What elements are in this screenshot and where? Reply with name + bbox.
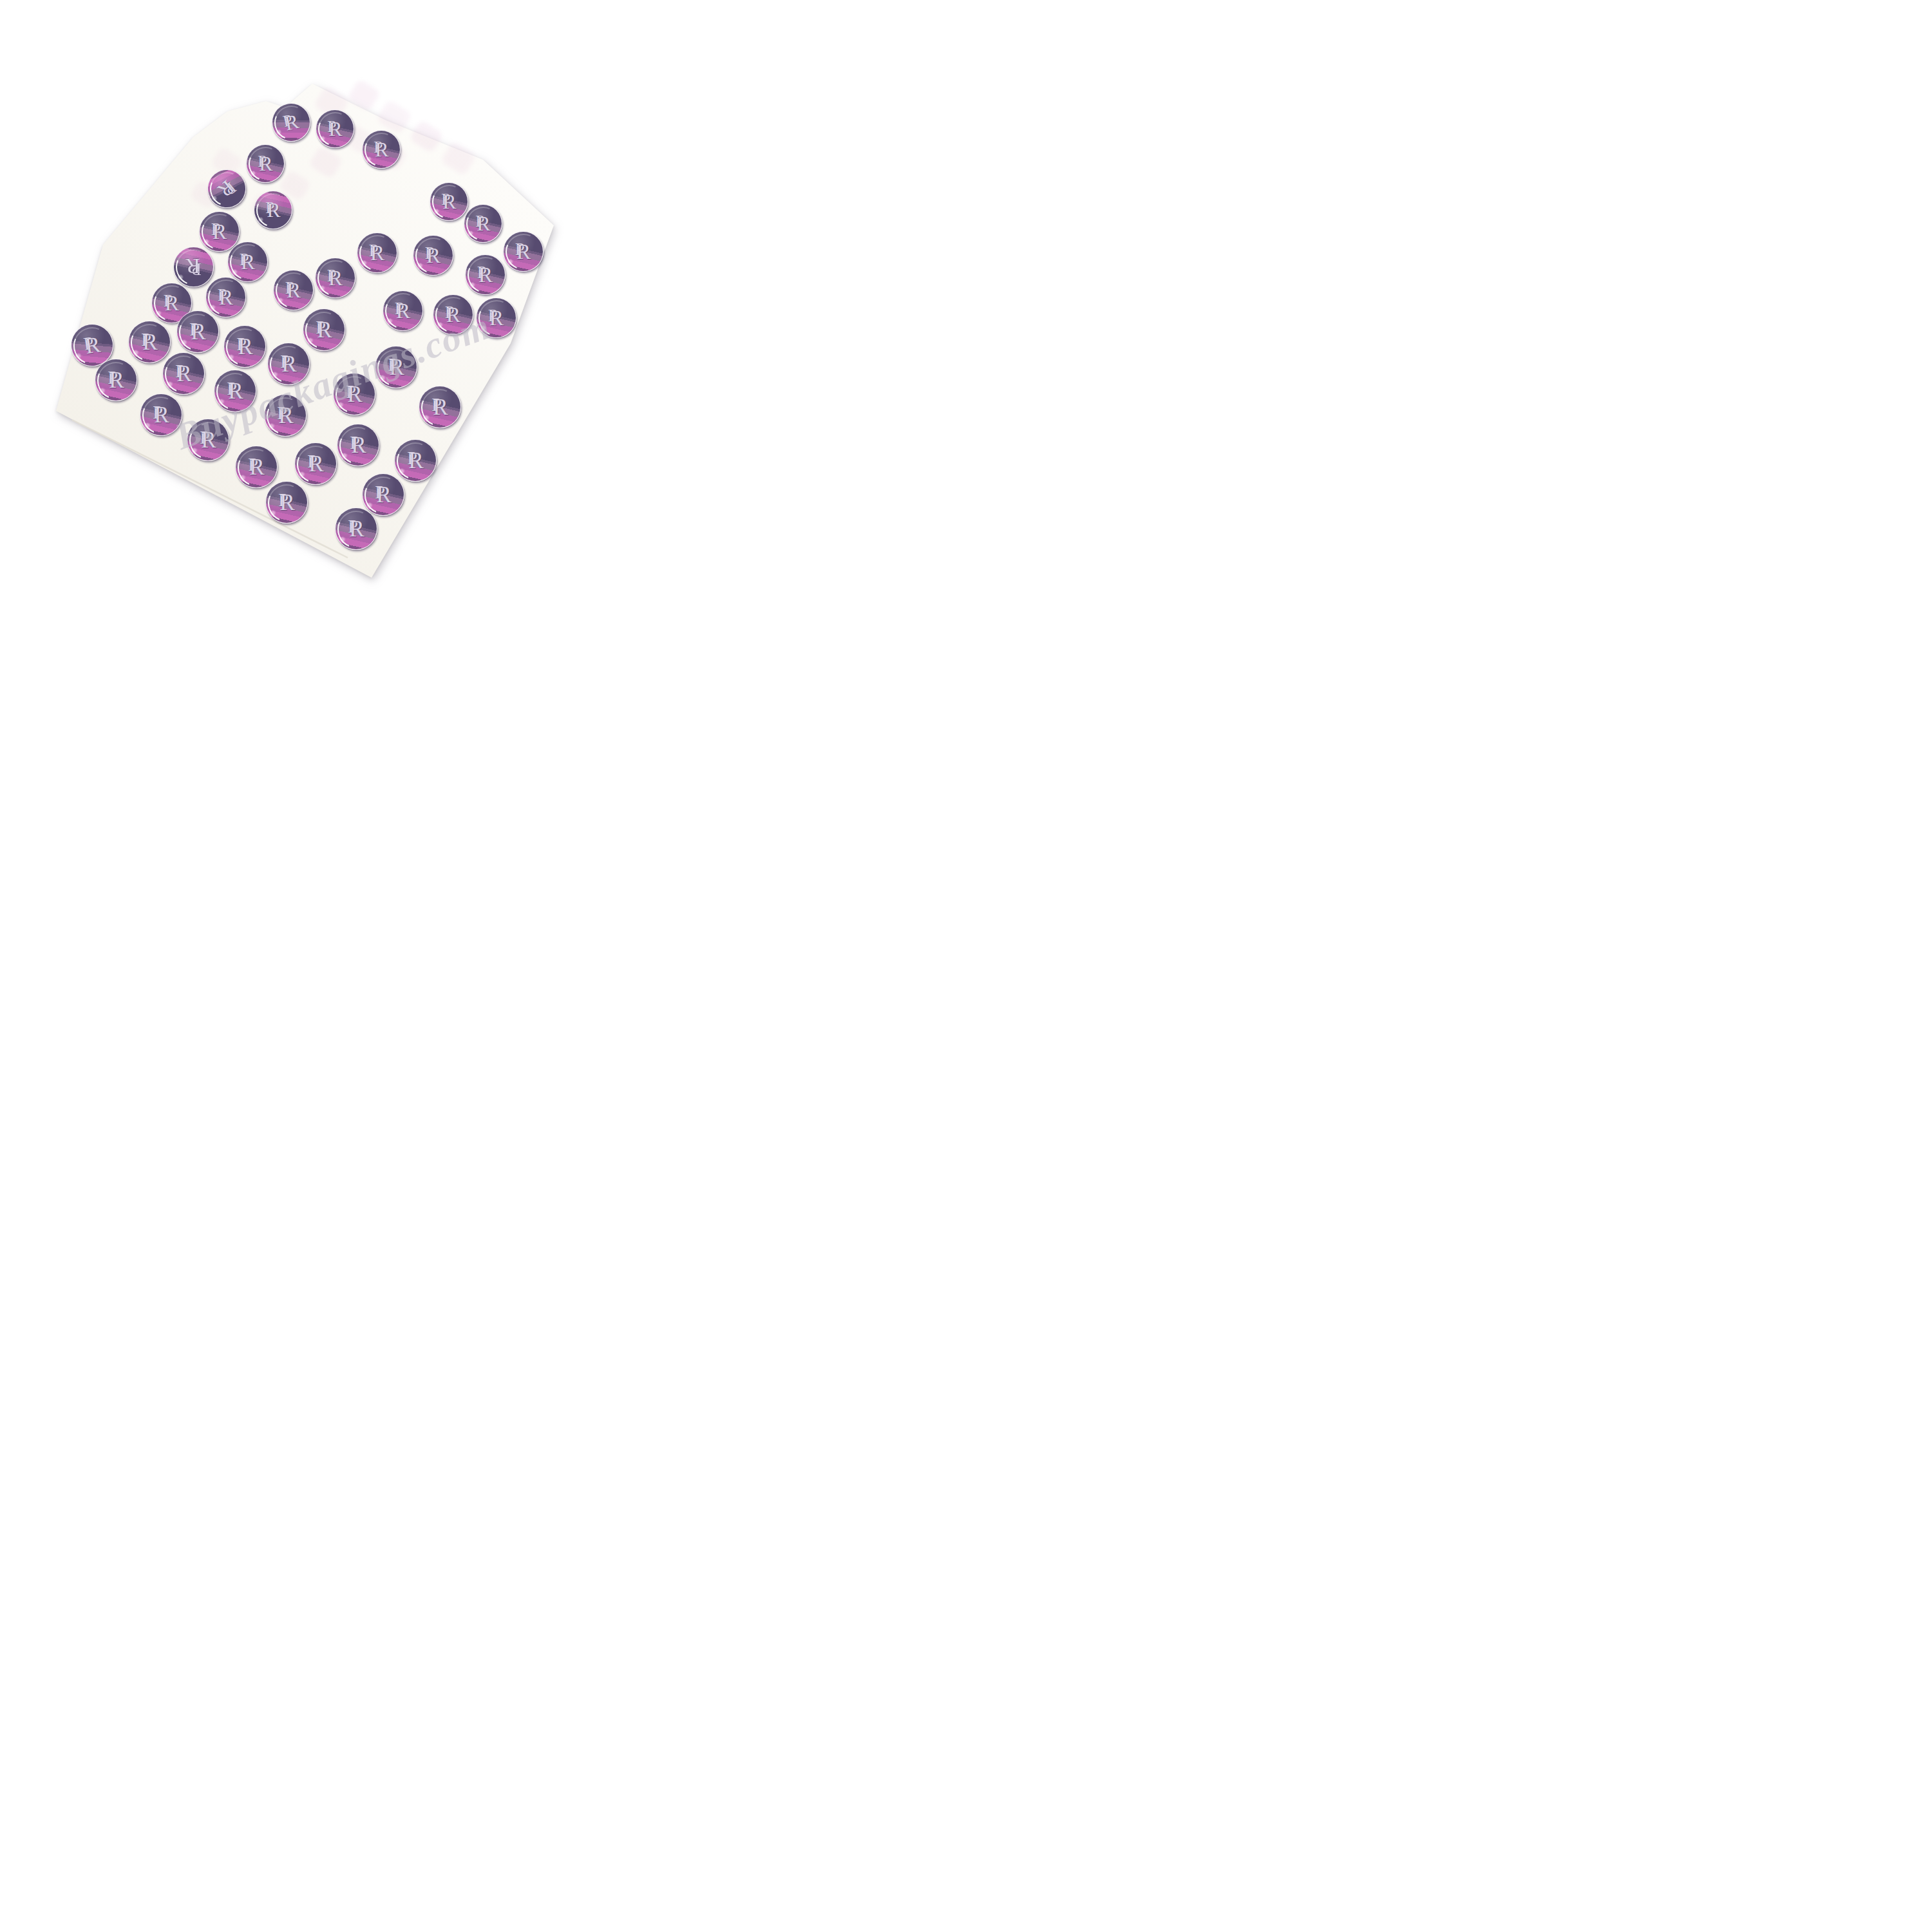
gloss-highlight <box>208 170 245 207</box>
epoxy-dome-sticker: P R <box>273 270 314 310</box>
gloss-highlight <box>247 145 284 182</box>
gloss-highlight <box>254 191 292 229</box>
epoxy-dome-sticker: P R <box>465 254 506 295</box>
epoxy-dome-sticker: P R <box>265 481 308 524</box>
gloss-highlight <box>303 309 345 350</box>
epoxy-dome-sticker: P R <box>413 235 453 276</box>
product-photo: P R P R P R P R P R P <box>0 0 644 644</box>
gloss-highlight <box>265 395 306 436</box>
epoxy-dome-sticker: P R <box>335 507 377 550</box>
epoxy-dome-sticker: P R <box>162 352 205 395</box>
epoxy-dome-sticker: P R <box>337 424 379 466</box>
epoxy-dome-sticker: P R <box>223 325 266 368</box>
epoxy-dome-sticker: P R <box>315 258 355 298</box>
gloss-highlight <box>268 343 309 384</box>
epoxy-dome-sticker: P R <box>433 294 473 335</box>
gloss-highlight <box>477 298 516 337</box>
epoxy-dome-sticker: P R <box>272 103 310 142</box>
gloss-highlight <box>504 232 543 271</box>
gloss-highlight <box>228 242 267 281</box>
gloss-highlight <box>214 370 256 412</box>
gloss-highlight <box>337 424 379 466</box>
epoxy-dome-sticker: P R <box>362 130 401 169</box>
gloss-highlight <box>383 291 422 330</box>
gloss-highlight <box>464 205 502 242</box>
epoxy-dome-sticker: P R <box>207 169 246 208</box>
gloss-highlight <box>363 131 400 168</box>
gloss-highlight <box>95 359 137 401</box>
gloss-highlight <box>466 255 505 294</box>
gloss-highlight <box>177 311 218 352</box>
epoxy-dome-sticker: P R <box>419 386 461 428</box>
gloss-highlight <box>266 482 307 523</box>
epoxy-dome-sticker: P R <box>476 298 516 338</box>
sticker-array: P R P R P R P R P R P <box>0 0 644 644</box>
gloss-highlight <box>316 110 354 147</box>
gloss-highlight <box>357 233 397 272</box>
gloss-highlight <box>272 104 310 141</box>
gloss-highlight <box>433 295 473 334</box>
epoxy-dome-sticker: P R <box>214 370 256 412</box>
epoxy-dome-sticker: P R <box>246 144 285 183</box>
gloss-highlight <box>375 346 417 388</box>
epoxy-dome-sticker: P R <box>227 241 268 282</box>
epoxy-dome-sticker: P R <box>267 343 310 385</box>
epoxy-dome-sticker: P R <box>375 346 417 388</box>
gloss-highlight <box>334 374 375 415</box>
gloss-highlight <box>163 353 204 394</box>
gloss-highlight <box>140 394 182 435</box>
epoxy-dome-sticker: P R <box>333 373 375 415</box>
gloss-highlight <box>295 443 336 484</box>
gloss-highlight <box>419 386 460 428</box>
epoxy-dome-sticker: P R <box>503 231 544 272</box>
epoxy-dome-sticker: P R <box>95 359 137 401</box>
gloss-highlight <box>274 270 313 310</box>
epoxy-dome-sticker: P R <box>264 394 307 437</box>
gloss-highlight <box>430 183 468 220</box>
epoxy-dome-sticker: P R <box>254 191 292 229</box>
epoxy-dome-sticker: P R <box>464 204 502 243</box>
epoxy-dome-sticker: P R <box>383 290 423 331</box>
epoxy-dome-sticker: P R <box>316 109 354 148</box>
gloss-highlight <box>187 419 229 460</box>
epoxy-dome-sticker: P R <box>176 310 219 353</box>
gloss-highlight <box>413 236 453 275</box>
epoxy-dome-sticker: P R <box>357 232 397 273</box>
gloss-highlight <box>224 326 265 367</box>
epoxy-dome-sticker: P R <box>140 393 182 436</box>
epoxy-dome-sticker: P R <box>187 419 229 461</box>
gloss-highlight <box>336 508 377 549</box>
epoxy-dome-sticker: P R <box>294 442 337 485</box>
epoxy-dome-sticker: P R <box>430 182 468 221</box>
gloss-highlight <box>316 258 355 298</box>
